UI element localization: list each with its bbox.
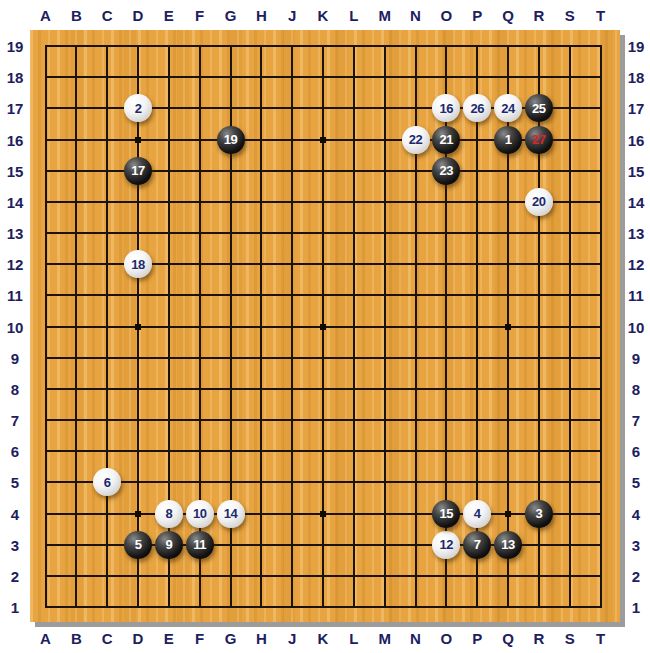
stone-black-move-19-g16: 19	[217, 126, 245, 154]
coord-label-left-16: 16	[7, 132, 24, 147]
stone-white-move-22-n16: 22	[402, 126, 430, 154]
stone-white-move-18-d12: 18	[124, 250, 152, 278]
coord-label-top-n: N	[410, 8, 421, 23]
coord-label-right-2: 2	[632, 568, 640, 583]
coord-label-left-6: 6	[11, 444, 19, 459]
coord-label-bottom-s: S	[565, 631, 575, 646]
coord-label-right-19: 19	[628, 39, 645, 54]
grid-line-horizontal	[45, 481, 602, 483]
coord-label-bottom-h: H	[256, 631, 267, 646]
coord-label-bottom-e: E	[164, 631, 174, 646]
coord-label-top-l: L	[349, 8, 358, 23]
coord-label-bottom-c: C	[102, 631, 113, 646]
coord-label-left-3: 3	[11, 537, 19, 552]
stone-black-move-1-q16: 1	[494, 126, 522, 154]
go-diagram-page: 1234567891011121314151617181920212223242…	[0, 0, 650, 653]
grid-line-vertical	[353, 45, 355, 608]
coord-label-right-17: 17	[628, 101, 645, 116]
stone-white-move-10-f4: 10	[186, 500, 214, 528]
grid-line-horizontal	[45, 606, 602, 608]
coord-label-top-h: H	[256, 8, 267, 23]
go-board: 1234567891011121314151617181920212223242…	[30, 30, 620, 622]
coord-label-bottom-d: D	[133, 631, 144, 646]
coord-label-top-q: Q	[502, 8, 514, 23]
star-point-d16	[135, 137, 141, 143]
grid-line-horizontal	[45, 450, 602, 452]
stone-white-move-12-o3: 12	[432, 531, 460, 559]
coord-label-top-k: K	[318, 8, 329, 23]
coord-label-right-14: 14	[628, 194, 645, 209]
coord-label-left-11: 11	[7, 288, 23, 303]
grid-line-horizontal	[45, 419, 602, 421]
coord-label-top-s: S	[565, 8, 575, 23]
coord-label-bottom-f: F	[195, 631, 204, 646]
stone-black-move-23-o15: 23	[432, 157, 460, 185]
coord-label-bottom-r: R	[533, 631, 544, 646]
coord-label-bottom-l: L	[349, 631, 358, 646]
coord-label-top-f: F	[195, 8, 204, 23]
grid-line-vertical	[600, 45, 602, 608]
stone-white-move-8-e4: 8	[155, 500, 183, 528]
coord-label-right-18: 18	[628, 70, 645, 85]
star-point-k4	[320, 511, 326, 517]
star-point-d4	[135, 511, 141, 517]
stone-black-move-9-e3: 9	[155, 531, 183, 559]
grid-line-horizontal	[45, 388, 602, 390]
coord-label-right-1: 1	[632, 600, 640, 615]
grid-line-horizontal	[45, 575, 602, 577]
coord-label-left-7: 7	[11, 413, 19, 428]
grid-line-horizontal	[45, 357, 602, 359]
coord-label-right-13: 13	[628, 226, 645, 241]
coord-label-top-p: P	[472, 8, 482, 23]
coord-label-left-10: 10	[7, 319, 24, 334]
grid-line-vertical	[569, 45, 571, 608]
coord-label-top-e: E	[164, 8, 174, 23]
coord-label-bottom-t: T	[596, 631, 605, 646]
coord-label-top-b: B	[71, 8, 82, 23]
stone-white-move-24-q17: 24	[494, 94, 522, 122]
coord-label-top-o: O	[440, 8, 452, 23]
coord-label-bottom-b: B	[71, 631, 82, 646]
stone-black-move-13-q3: 13	[494, 531, 522, 559]
coord-label-right-11: 11	[628, 288, 644, 303]
coord-label-bottom-k: K	[318, 631, 329, 646]
coord-label-bottom-g: G	[225, 631, 237, 646]
coord-label-top-r: R	[533, 8, 544, 23]
coord-label-right-12: 12	[628, 257, 645, 272]
stone-black-move-5-d3: 5	[124, 531, 152, 559]
coord-label-bottom-o: O	[440, 631, 452, 646]
coord-label-top-g: G	[225, 8, 237, 23]
coord-label-right-3: 3	[632, 537, 640, 552]
coord-label-right-4: 4	[632, 506, 640, 521]
coord-label-right-7: 7	[632, 413, 640, 428]
coord-label-bottom-j: J	[288, 631, 296, 646]
coord-label-left-5: 5	[11, 475, 19, 490]
stone-white-move-16-o17: 16	[432, 94, 460, 122]
coord-label-top-m: M	[378, 8, 391, 23]
coord-label-right-5: 5	[632, 475, 640, 490]
stone-black-move-21-o16: 21	[432, 126, 460, 154]
coord-label-left-8: 8	[11, 381, 19, 396]
coord-label-left-17: 17	[7, 101, 24, 116]
stone-white-move-6-c5: 6	[93, 468, 121, 496]
coord-label-left-19: 19	[7, 39, 24, 54]
grid-line-vertical	[384, 45, 386, 608]
coord-label-right-8: 8	[632, 381, 640, 396]
star-point-k16	[320, 137, 326, 143]
coord-label-bottom-p: P	[472, 631, 482, 646]
stone-white-move-2-d17: 2	[124, 94, 152, 122]
coord-label-left-4: 4	[11, 506, 19, 521]
coord-label-right-9: 9	[632, 350, 640, 365]
stone-black-move-15-o4: 15	[432, 500, 460, 528]
coord-label-right-16: 16	[628, 132, 645, 147]
stone-black-move-27-r16: 27	[525, 126, 553, 154]
star-point-d10	[135, 324, 141, 330]
coord-label-left-9: 9	[11, 350, 19, 365]
coord-label-right-6: 6	[632, 444, 640, 459]
coord-label-left-14: 14	[7, 194, 24, 209]
stone-black-move-25-r17: 25	[525, 94, 553, 122]
coord-label-top-c: C	[102, 8, 113, 23]
star-point-k10	[320, 324, 326, 330]
stone-black-move-3-r4: 3	[525, 500, 553, 528]
coord-label-right-10: 10	[628, 319, 645, 334]
coord-label-left-2: 2	[11, 568, 19, 583]
coord-label-right-15: 15	[628, 163, 645, 178]
coord-label-top-t: T	[596, 8, 605, 23]
coord-label-bottom-a: A	[40, 631, 51, 646]
coord-label-bottom-m: M	[378, 631, 391, 646]
coord-label-left-12: 12	[7, 257, 24, 272]
coord-label-top-d: D	[133, 8, 144, 23]
coord-label-left-18: 18	[7, 70, 24, 85]
stone-black-move-17-d15: 17	[124, 157, 152, 185]
stone-black-move-7-p3: 7	[463, 531, 491, 559]
stone-white-move-26-p17: 26	[463, 94, 491, 122]
star-point-q10	[505, 324, 511, 330]
coord-label-left-13: 13	[7, 226, 24, 241]
coord-label-bottom-n: N	[410, 631, 421, 646]
stone-white-move-14-g4: 14	[217, 500, 245, 528]
stone-white-move-4-p4: 4	[463, 500, 491, 528]
coord-label-left-1: 1	[11, 600, 19, 615]
stone-white-move-20-r14: 20	[525, 188, 553, 216]
coord-label-top-a: A	[40, 8, 51, 23]
stone-black-move-11-f3: 11	[186, 531, 214, 559]
coord-label-top-j: J	[288, 8, 296, 23]
star-point-q4	[505, 511, 511, 517]
coord-label-left-15: 15	[7, 163, 24, 178]
coord-label-bottom-q: Q	[502, 631, 514, 646]
